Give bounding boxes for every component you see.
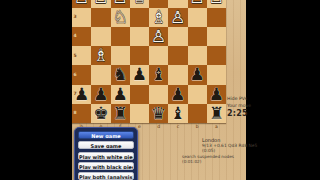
square-g8[interactable]: ♚: [91, 104, 110, 123]
square-b7[interactable]: [188, 85, 207, 104]
rank-label-6: 6: [74, 73, 77, 78]
square-e4[interactable]: [130, 27, 149, 46]
square-a2[interactable]: ♙: [207, 0, 226, 8]
square-e2[interactable]: ♕: [130, 0, 149, 8]
rank-label-3: 3: [74, 15, 77, 20]
menu-button-save-game[interactable]: Save game: [78, 141, 134, 149]
rank-label-7: 7: [74, 92, 77, 97]
file-label-b: b: [188, 124, 207, 129]
menu-button-play-with-black-pieces[interactable]: Play with black pieces: [78, 162, 134, 170]
square-a4[interactable]: [207, 27, 226, 46]
chess-app-window: ♔♖♖♙♙♙♕♙♙♘♗♙♙♗♞♟♝♟♟♟♟♟♟♚♜♛♝♜2345678 hgfe…: [72, 0, 246, 180]
piece-w-c3[interactable]: ♙: [168, 6, 187, 28]
square-b3[interactable]: [188, 8, 207, 27]
square-d8[interactable]: ♛: [149, 104, 168, 123]
square-f8[interactable]: ♜: [111, 104, 130, 123]
square-e3[interactable]: [130, 8, 149, 27]
file-label-d: d: [149, 124, 168, 129]
file-label-a: a: [207, 124, 226, 129]
piece-b-b6[interactable]: ♟: [188, 63, 207, 85]
square-c8[interactable]: ♝: [168, 104, 187, 123]
rank-label-8: 8: [74, 111, 77, 116]
square-h2[interactable]: ♙: [72, 0, 91, 8]
piece-b-d6[interactable]: ♝: [149, 63, 168, 85]
engine-status: search suspended nodes (0:01:02): [182, 154, 234, 164]
square-f3[interactable]: ♘: [111, 8, 130, 27]
menu-button-play-both-analysis-[interactable]: Play both (analysis): [78, 172, 134, 180]
square-c4[interactable]: [168, 27, 187, 46]
side-panel: Hide PVs Your move 2:25: [227, 96, 247, 119]
game-clock: 2:25: [227, 109, 247, 119]
square-g5[interactable]: ♗: [91, 46, 110, 65]
file-label-c: c: [168, 124, 187, 129]
square-d6[interactable]: ♝: [149, 65, 168, 84]
square-a5[interactable]: [207, 46, 226, 65]
square-g3[interactable]: [91, 8, 110, 27]
game-menu-popup: New gameSave gamePlay with white piecesP…: [74, 127, 138, 180]
square-c3[interactable]: ♙: [168, 8, 187, 27]
piece-b-a8[interactable]: ♜: [207, 102, 226, 124]
piece-b-f8[interactable]: ♜: [111, 102, 130, 124]
menu-button-new-game[interactable]: New game: [78, 131, 134, 139]
engine-status-time: (0:01:02): [182, 159, 234, 164]
menu-button-play-with-white-pieces[interactable]: Play with white pieces: [78, 152, 134, 160]
square-f4[interactable]: [111, 27, 130, 46]
rank-label-4: 4: [74, 34, 77, 39]
piece-w-f3[interactable]: ♘: [111, 6, 130, 28]
piece-w-g5[interactable]: ♗: [91, 44, 110, 66]
analysis-time: (0:05): [202, 148, 257, 153]
square-d4[interactable]: ♙: [149, 27, 168, 46]
square-a8[interactable]: ♜: [207, 104, 226, 123]
piece-b-g8[interactable]: ♚: [91, 102, 110, 124]
square-b2[interactable]: ♙: [188, 0, 207, 8]
piece-w-d4[interactable]: ♙: [149, 25, 168, 47]
square-e7[interactable]: [130, 85, 149, 104]
piece-b-d8[interactable]: ♛: [149, 102, 168, 124]
game-info: London 9/13 +0.61 Qd3 Rd8 Ne5 (0:05): [202, 137, 257, 154]
turn-indicator: Your move: [227, 102, 247, 109]
square-e6[interactable]: ♟: [130, 65, 149, 84]
piece-b-c8[interactable]: ♝: [168, 102, 187, 124]
piece-b-e6[interactable]: ♟: [130, 63, 149, 85]
square-b4[interactable]: [188, 27, 207, 46]
square-e8[interactable]: [130, 104, 149, 123]
square-a3[interactable]: [207, 8, 226, 27]
rank-label-5: 5: [74, 53, 77, 58]
square-g2[interactable]: ♙: [91, 0, 110, 8]
square-b6[interactable]: ♟: [188, 65, 207, 84]
square-c5[interactable]: [168, 46, 187, 65]
square-b8[interactable]: [188, 104, 207, 123]
video-frame: { "game": "chess", "app_name": "Stockfis…: [0, 0, 320, 180]
engine-status-text: search suspended nodes: [182, 154, 234, 159]
chess-board[interactable]: ♔♖♖♙♙♙♕♙♙♘♗♙♙♗♞♟♝♟♟♟♟♟♟♚♜♛♝♜2345678: [72, 0, 226, 123]
